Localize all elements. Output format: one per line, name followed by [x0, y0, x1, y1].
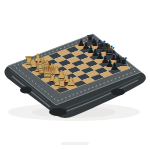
piece-white-rook[interactable]: ♜ — [56, 78, 67, 91]
chess-set-photo-scene: ♜♞♝♚♛♝♞♜♟♟♟♟♟♟♟♟♟♟♟♟♟♟♟♟♜♞♝♚♛♝♞♜ — [0, 0, 150, 150]
watermark — [61, 142, 89, 145]
foot-shadow-left — [20, 87, 32, 94]
foot-shadow-front — [49, 108, 67, 116]
foot-shadow-right — [111, 89, 125, 96]
piece-black-pawn[interactable]: ♟ — [110, 61, 119, 72]
piece-black-rook[interactable]: ♜ — [118, 57, 128, 68]
